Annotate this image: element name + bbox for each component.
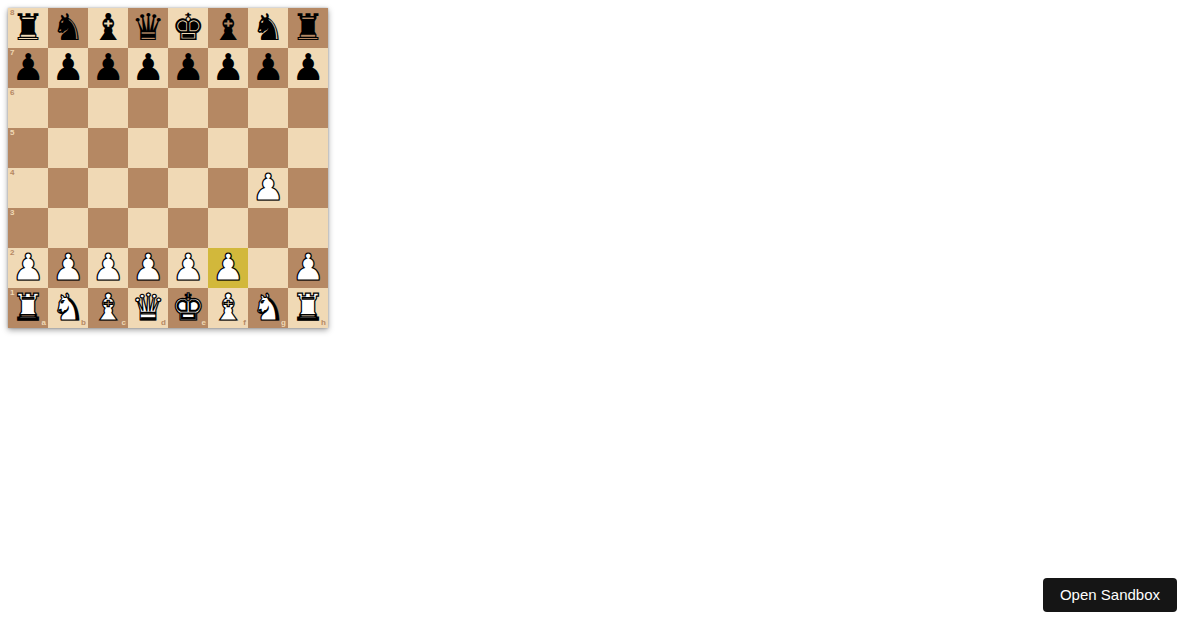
piece-black-pawn[interactable]: ♟ [51,48,84,88]
square-e1[interactable]: e♚ [168,288,208,328]
square-e6[interactable] [168,88,208,128]
piece-black-bishop[interactable]: ♝ [91,8,124,48]
square-h2[interactable]: ♟ [288,248,328,288]
rank-label-3: 3 [10,209,14,217]
square-a5[interactable]: 5 [8,128,48,168]
square-g7[interactable]: ♟ [248,48,288,88]
rank-label-4: 4 [10,169,14,177]
square-f1[interactable]: f♝ [208,288,248,328]
square-h6[interactable] [288,88,328,128]
square-d4[interactable] [128,168,168,208]
piece-black-pawn[interactable]: ♟ [211,48,244,88]
piece-black-pawn[interactable]: ♟ [131,48,164,88]
chess-board[interactable]: 8♜♞♝♛♚♝♞♜7♟♟♟♟♟♟♟♟654♟32♟♟♟♟♟♟♟1a♜b♞c♝d♛… [8,8,328,328]
piece-white-queen[interactable]: ♛ [131,288,164,328]
square-d1[interactable]: d♛ [128,288,168,328]
square-a7[interactable]: 7♟ [8,48,48,88]
square-g3[interactable] [248,208,288,248]
square-c1[interactable]: c♝ [88,288,128,328]
square-g5[interactable] [248,128,288,168]
piece-white-pawn[interactable]: ♟ [91,248,124,288]
square-c8[interactable]: ♝ [88,8,128,48]
piece-black-pawn[interactable]: ♟ [251,48,284,88]
square-e3[interactable] [168,208,208,248]
square-c6[interactable] [88,88,128,128]
rank-label-5: 5 [10,129,14,137]
square-b8[interactable]: ♞ [48,8,88,48]
square-b4[interactable] [48,168,88,208]
square-b7[interactable]: ♟ [48,48,88,88]
piece-black-pawn[interactable]: ♟ [91,48,124,88]
square-a8[interactable]: 8♜ [8,8,48,48]
piece-black-rook[interactable]: ♜ [291,8,324,48]
square-h3[interactable] [288,208,328,248]
square-a1[interactable]: 1a♜ [8,288,48,328]
piece-white-pawn[interactable]: ♟ [291,248,324,288]
square-f6[interactable] [208,88,248,128]
square-c2[interactable]: ♟ [88,248,128,288]
piece-black-pawn[interactable]: ♟ [291,48,324,88]
piece-white-pawn[interactable]: ♟ [251,168,284,208]
square-c4[interactable] [88,168,128,208]
piece-white-rook[interactable]: ♜ [11,288,44,328]
page: { "game": "chess", "position": { "fen": … [0,0,1200,630]
square-b3[interactable] [48,208,88,248]
square-c7[interactable]: ♟ [88,48,128,88]
square-e2[interactable]: ♟ [168,248,208,288]
square-a3[interactable]: 3 [8,208,48,248]
piece-white-pawn[interactable]: ♟ [171,248,204,288]
square-g8[interactable]: ♞ [248,8,288,48]
square-h8[interactable]: ♜ [288,8,328,48]
open-sandbox-button[interactable]: Open Sandbox [1043,578,1177,612]
piece-white-pawn[interactable]: ♟ [211,248,244,288]
square-a4[interactable]: 4 [8,168,48,208]
square-g6[interactable] [248,88,288,128]
square-e4[interactable] [168,168,208,208]
square-g4[interactable]: ♟ [248,168,288,208]
piece-white-king[interactable]: ♚ [171,288,204,328]
piece-black-knight[interactable]: ♞ [251,8,284,48]
piece-white-pawn[interactable]: ♟ [51,248,84,288]
square-d3[interactable] [128,208,168,248]
square-f8[interactable]: ♝ [208,8,248,48]
square-d6[interactable] [128,88,168,128]
rank-label-6: 6 [10,89,14,97]
square-e8[interactable]: ♚ [168,8,208,48]
square-e5[interactable] [168,128,208,168]
square-b2[interactable]: ♟ [48,248,88,288]
piece-black-rook[interactable]: ♜ [11,8,44,48]
square-c5[interactable] [88,128,128,168]
piece-white-rook[interactable]: ♜ [291,288,324,328]
square-c3[interactable] [88,208,128,248]
square-b1[interactable]: b♞ [48,288,88,328]
square-h5[interactable] [288,128,328,168]
piece-black-pawn[interactable]: ♟ [171,48,204,88]
square-d8[interactable]: ♛ [128,8,168,48]
square-g1[interactable]: g♞ [248,288,288,328]
square-f2[interactable]: ♟ [208,248,248,288]
square-b6[interactable] [48,88,88,128]
piece-white-bishop[interactable]: ♝ [211,288,244,328]
square-e7[interactable]: ♟ [168,48,208,88]
piece-black-king[interactable]: ♚ [171,8,204,48]
piece-white-pawn[interactable]: ♟ [11,248,44,288]
square-f5[interactable] [208,128,248,168]
square-a2[interactable]: 2♟ [8,248,48,288]
square-f7[interactable]: ♟ [208,48,248,88]
piece-white-knight[interactable]: ♞ [51,288,84,328]
square-h4[interactable] [288,168,328,208]
piece-white-bishop[interactable]: ♝ [91,288,124,328]
piece-black-bishop[interactable]: ♝ [211,8,244,48]
square-g2[interactable] [248,248,288,288]
square-b5[interactable] [48,128,88,168]
square-a6[interactable]: 6 [8,88,48,128]
square-f3[interactable] [208,208,248,248]
square-h1[interactable]: h♜ [288,288,328,328]
square-f4[interactable] [208,168,248,208]
piece-black-knight[interactable]: ♞ [51,8,84,48]
piece-black-queen[interactable]: ♛ [131,8,164,48]
piece-white-pawn[interactable]: ♟ [131,248,164,288]
square-h7[interactable]: ♟ [288,48,328,88]
piece-black-pawn[interactable]: ♟ [11,48,44,88]
square-d7[interactable]: ♟ [128,48,168,88]
piece-white-knight[interactable]: ♞ [251,288,284,328]
square-d5[interactable] [128,128,168,168]
square-d2[interactable]: ♟ [128,248,168,288]
